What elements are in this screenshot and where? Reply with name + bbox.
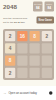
score-panel: SCORE 84 BEST 84 bbox=[33, 2, 54, 12]
tile-16-r1c2: 16 bbox=[17, 31, 27, 41]
cell-r2c2 bbox=[17, 43, 27, 53]
cell-r3c4 bbox=[42, 56, 52, 66]
tile-2-r1c1: 2 bbox=[5, 31, 15, 41]
cell-r4c4 bbox=[42, 68, 52, 78]
ad-label: Ad bbox=[4, 92, 6, 94]
score-value: 84 bbox=[36, 6, 40, 10]
cell-r3c3 bbox=[30, 56, 40, 66]
best-box: BEST 84 bbox=[45, 2, 55, 12]
ad-logo-icon bbox=[49, 91, 53, 95]
tile-4-r2c1: 4 bbox=[5, 43, 15, 53]
tile-8-r1c3: 8 bbox=[30, 31, 40, 41]
tile-2-r1c4: 2 bbox=[42, 31, 52, 41]
tile-2-r4c1: 2 bbox=[5, 68, 15, 78]
ad-banner[interactable]: Ad Open an account today bbox=[0, 86, 56, 100]
intro-line2-strong: 2048 tile! bbox=[14, 20, 25, 23]
cell-r4c2 bbox=[17, 68, 27, 78]
cell-r3c2 bbox=[17, 56, 27, 66]
cell-r2c3 bbox=[30, 43, 40, 53]
cell-r4c3 bbox=[30, 68, 40, 78]
board[interactable]: 21682482 bbox=[3, 29, 54, 80]
best-value: 84 bbox=[47, 6, 51, 10]
app-window: 2048 SCORE 84 BEST 84 Join the numbers a… bbox=[0, 0, 56, 100]
page-title: 2048 bbox=[3, 2, 17, 13]
intro-text: Join the numbers and get to the 2048 til… bbox=[3, 17, 27, 24]
new-game-button[interactable]: New Game bbox=[37, 17, 55, 24]
cell-r2c4 bbox=[42, 43, 52, 53]
tile-8-r3c1: 8 bbox=[5, 56, 15, 66]
intro-row: Join the numbers and get to the 2048 til… bbox=[3, 17, 54, 24]
score-box: SCORE 84 bbox=[33, 2, 43, 12]
header: 2048 SCORE 84 BEST 84 bbox=[3, 2, 54, 13]
intro-line2-prefix: get to the bbox=[3, 20, 14, 23]
ad-text: Open an account today bbox=[8, 92, 36, 95]
